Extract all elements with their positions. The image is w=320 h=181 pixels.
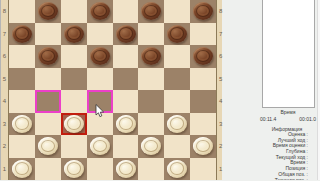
square-b3[interactable]	[35, 113, 61, 136]
white-piece-c1[interactable]	[64, 160, 84, 178]
square-b7[interactable]	[35, 23, 61, 46]
move-list-box[interactable]	[262, 0, 315, 108]
white-piece-b2[interactable]	[38, 137, 58, 155]
square-h3[interactable]	[190, 113, 216, 136]
square-d5[interactable]	[87, 68, 113, 91]
square-b5[interactable]	[35, 68, 61, 91]
square-b1[interactable]	[35, 158, 61, 181]
rank-label-8: 8	[217, 0, 224, 23]
square-f2[interactable]	[138, 135, 164, 158]
rank-label-1: 1	[217, 158, 224, 181]
square-e2[interactable]	[113, 135, 139, 158]
square-c6[interactable]	[61, 45, 87, 68]
square-c1[interactable]	[61, 158, 87, 181]
square-h2[interactable]	[190, 135, 216, 158]
square-b6[interactable]	[35, 45, 61, 68]
rank-label-3: 3	[217, 113, 224, 136]
rank-label-4: 4	[217, 90, 224, 113]
square-g6[interactable]	[164, 45, 190, 68]
square-d2[interactable]	[87, 135, 113, 158]
square-e3[interactable]	[113, 113, 139, 136]
info-line: Текущая поз. :	[240, 178, 308, 181]
rank-label-4: 4	[1, 90, 8, 113]
square-c5[interactable]	[61, 68, 87, 91]
square-a4[interactable]	[9, 90, 35, 113]
rank-label-3: 3	[1, 113, 8, 136]
square-c4[interactable]	[61, 90, 87, 113]
info-panel-lines: Оценка :Лучший ход :Время оценки :Глубин…	[240, 132, 308, 180]
checkers-app-window: 87654321 87654321 Время 00:11.4 00:01.0 …	[0, 0, 320, 180]
dark-piece-h6[interactable]	[193, 47, 213, 65]
white-piece-a3[interactable]	[12, 115, 32, 133]
square-a2[interactable]	[9, 135, 35, 158]
square-g2[interactable]	[164, 135, 190, 158]
square-e6[interactable]	[113, 45, 139, 68]
square-h6[interactable]	[190, 45, 216, 68]
dark-piece-d6[interactable]	[90, 47, 110, 65]
white-piece-d2[interactable]	[90, 137, 110, 155]
square-g5[interactable]	[164, 68, 190, 91]
square-f6[interactable]	[138, 45, 164, 68]
rank-label-1: 1	[1, 158, 8, 181]
square-a8[interactable]	[9, 0, 35, 23]
white-piece-c3[interactable]	[64, 115, 84, 133]
square-h7[interactable]	[190, 23, 216, 46]
square-b4[interactable]	[35, 90, 61, 113]
dark-piece-h8[interactable]	[193, 2, 213, 20]
board-grid	[9, 0, 216, 180]
square-b8[interactable]	[35, 0, 61, 23]
square-g3[interactable]	[164, 113, 190, 136]
square-g4[interactable]	[164, 90, 190, 113]
rank-label-2: 2	[217, 135, 224, 158]
square-c3[interactable]	[61, 113, 87, 136]
rank-label-5: 5	[1, 68, 8, 91]
square-h5[interactable]	[190, 68, 216, 91]
square-g1[interactable]	[164, 158, 190, 181]
square-e4[interactable]	[113, 90, 139, 113]
dark-piece-f6[interactable]	[141, 47, 161, 65]
square-a7[interactable]	[9, 23, 35, 46]
rank-label-7: 7	[1, 23, 8, 46]
square-a1[interactable]	[9, 158, 35, 181]
square-d7[interactable]	[87, 23, 113, 46]
square-g7[interactable]	[164, 23, 190, 46]
square-h1[interactable]	[190, 158, 216, 181]
square-c2[interactable]	[61, 135, 87, 158]
rank-label-8: 8	[1, 0, 8, 23]
square-d1[interactable]	[87, 158, 113, 181]
square-c8[interactable]	[61, 0, 87, 23]
checkers-board: 87654321 87654321	[0, 0, 222, 180]
square-a3[interactable]	[9, 113, 35, 136]
white-piece-g3[interactable]	[167, 115, 187, 133]
black-clock-time: 00:01.0	[299, 116, 316, 122]
white-piece-a1[interactable]	[12, 160, 32, 178]
square-b2[interactable]	[35, 135, 61, 158]
square-e7[interactable]	[113, 23, 139, 46]
dark-piece-e7[interactable]	[116, 25, 136, 43]
rank-label-7: 7	[217, 23, 224, 46]
rank-label-6: 6	[217, 45, 224, 68]
square-e5[interactable]	[113, 68, 139, 91]
square-f5[interactable]	[138, 68, 164, 91]
white-piece-g1[interactable]	[167, 160, 187, 178]
dark-piece-a7[interactable]	[12, 25, 32, 43]
dark-piece-d8[interactable]	[90, 2, 110, 20]
mouse-cursor-icon	[95, 104, 105, 118]
white-piece-e1[interactable]	[116, 160, 136, 178]
dark-piece-b6[interactable]	[38, 47, 58, 65]
dark-piece-f8[interactable]	[141, 2, 161, 20]
rank-label-6: 6	[1, 45, 8, 68]
square-f7[interactable]	[138, 23, 164, 46]
white-piece-f2[interactable]	[141, 137, 161, 155]
square-c7[interactable]	[61, 23, 87, 46]
dark-piece-c7[interactable]	[64, 25, 84, 43]
square-e8[interactable]	[113, 0, 139, 23]
info-panel: Информация Оценка :Лучший ход :Время оце…	[240, 126, 308, 180]
square-h8[interactable]	[190, 0, 216, 23]
square-e1[interactable]	[113, 158, 139, 181]
clock-panel: Время 00:11.4 00:01.0	[258, 109, 318, 122]
square-d6[interactable]	[87, 45, 113, 68]
dark-piece-b8[interactable]	[38, 2, 58, 20]
white-clock-time: 00:11.4	[260, 116, 276, 122]
rank-label-2: 2	[1, 135, 8, 158]
square-g8[interactable]	[164, 0, 190, 23]
square-f3[interactable]	[138, 113, 164, 136]
board-coordinates-left: 87654321	[1, 0, 9, 180]
square-d8[interactable]	[87, 0, 113, 23]
rank-label-5: 5	[217, 68, 224, 91]
square-a5[interactable]	[9, 68, 35, 91]
square-h4[interactable]	[190, 90, 216, 113]
square-f4[interactable]	[138, 90, 164, 113]
square-f8[interactable]	[138, 0, 164, 23]
square-a6[interactable]	[9, 45, 35, 68]
white-piece-e3[interactable]	[116, 115, 136, 133]
board-coordinates-right: 87654321	[216, 0, 224, 180]
dark-piece-g7[interactable]	[167, 25, 187, 43]
square-f1[interactable]	[138, 158, 164, 181]
white-piece-h2[interactable]	[193, 137, 213, 155]
